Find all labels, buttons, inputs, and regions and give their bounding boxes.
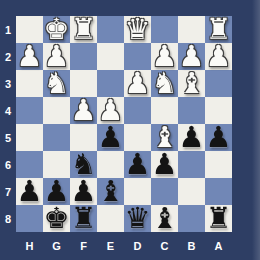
- file-label-d: D: [124, 234, 151, 258]
- square-e8[interactable]: [97, 205, 124, 232]
- chess-widget: 12345678 ♚♜♛♜♟♟♟♟♟♞♟♞♝♟♟♟♝♟♟♞♟♟♟♟♟♝♚♜♛♝♜…: [0, 0, 260, 260]
- square-h3[interactable]: [16, 70, 43, 97]
- piece-black-queen: ♛: [125, 205, 151, 232]
- square-d3[interactable]: ♟: [124, 70, 151, 97]
- square-d1[interactable]: ♛: [124, 16, 151, 43]
- square-b7[interactable]: [178, 178, 205, 205]
- piece-black-pawn: ♟: [179, 124, 205, 151]
- square-h4[interactable]: [16, 97, 43, 124]
- square-b6[interactable]: [178, 151, 205, 178]
- square-a8[interactable]: ♜: [205, 205, 232, 232]
- square-f2[interactable]: [70, 43, 97, 70]
- piece-black-pawn: ♟: [206, 124, 232, 151]
- piece-white-pawn: ♟: [17, 43, 43, 70]
- square-a6[interactable]: [205, 151, 232, 178]
- chess-board: ♚♜♛♜♟♟♟♟♟♞♟♞♝♟♟♟♝♟♟♞♟♟♟♟♟♝♚♜♛♝♜: [16, 16, 232, 232]
- rank-label-2: 2: [0, 43, 16, 70]
- piece-black-pawn: ♟: [17, 178, 43, 205]
- rank-labels: 12345678: [0, 16, 16, 232]
- file-label-c: C: [151, 234, 178, 258]
- rank-label-6: 6: [0, 151, 16, 178]
- file-labels: HGFEDCBA: [16, 234, 232, 258]
- square-g4[interactable]: [43, 97, 70, 124]
- piece-black-bishop: ♝: [152, 205, 178, 232]
- square-h2[interactable]: ♟: [16, 43, 43, 70]
- square-c8[interactable]: ♝: [151, 205, 178, 232]
- square-c3[interactable]: ♞: [151, 70, 178, 97]
- file-label-f: F: [70, 234, 97, 258]
- piece-black-rook: ♜: [71, 205, 97, 232]
- square-h8[interactable]: [16, 205, 43, 232]
- square-f8[interactable]: ♜: [70, 205, 97, 232]
- square-d4[interactable]: [124, 97, 151, 124]
- square-f4[interactable]: ♟: [70, 97, 97, 124]
- piece-black-pawn: ♟: [152, 151, 178, 178]
- square-g3[interactable]: ♞: [43, 70, 70, 97]
- square-f1[interactable]: ♜: [70, 16, 97, 43]
- rank-label-5: 5: [0, 124, 16, 151]
- rank-label-1: 1: [0, 16, 16, 43]
- piece-white-queen: ♛: [125, 16, 151, 43]
- piece-white-rook: ♜: [71, 16, 97, 43]
- square-a5[interactable]: ♟: [205, 124, 232, 151]
- rank-label-8: 8: [0, 205, 16, 232]
- file-label-b: B: [178, 234, 205, 258]
- file-label-h: H: [16, 234, 43, 258]
- piece-black-king: ♚: [44, 205, 70, 232]
- square-d8[interactable]: ♛: [124, 205, 151, 232]
- square-e2[interactable]: [97, 43, 124, 70]
- square-b5[interactable]: ♟: [178, 124, 205, 151]
- piece-white-pawn: ♟: [71, 97, 97, 124]
- piece-white-pawn: ♟: [125, 70, 151, 97]
- piece-black-rook: ♜: [206, 205, 232, 232]
- square-a3[interactable]: [205, 70, 232, 97]
- piece-black-pawn: ♟: [98, 124, 124, 151]
- square-b8[interactable]: [178, 205, 205, 232]
- file-label-g: G: [43, 234, 70, 258]
- square-g5[interactable]: [43, 124, 70, 151]
- piece-white-pawn: ♟: [206, 43, 232, 70]
- square-g8[interactable]: ♚: [43, 205, 70, 232]
- rank-label-3: 3: [0, 70, 16, 97]
- square-e1[interactable]: [97, 16, 124, 43]
- square-c6[interactable]: ♟: [151, 151, 178, 178]
- piece-white-knight: ♞: [44, 70, 70, 97]
- file-label-e: E: [97, 234, 124, 258]
- piece-white-bishop: ♝: [179, 70, 205, 97]
- square-b3[interactable]: ♝: [178, 70, 205, 97]
- piece-white-knight: ♞: [152, 70, 178, 97]
- square-d6[interactable]: ♟: [124, 151, 151, 178]
- square-e5[interactable]: ♟: [97, 124, 124, 151]
- rank-label-4: 4: [0, 97, 16, 124]
- piece-black-pawn: ♟: [125, 151, 151, 178]
- square-a2[interactable]: ♟: [205, 43, 232, 70]
- square-h7[interactable]: ♟: [16, 178, 43, 205]
- file-label-a: A: [205, 234, 232, 258]
- square-e7[interactable]: ♝: [97, 178, 124, 205]
- square-h5[interactable]: [16, 124, 43, 151]
- rank-label-7: 7: [0, 178, 16, 205]
- piece-black-bishop: ♝: [98, 178, 124, 205]
